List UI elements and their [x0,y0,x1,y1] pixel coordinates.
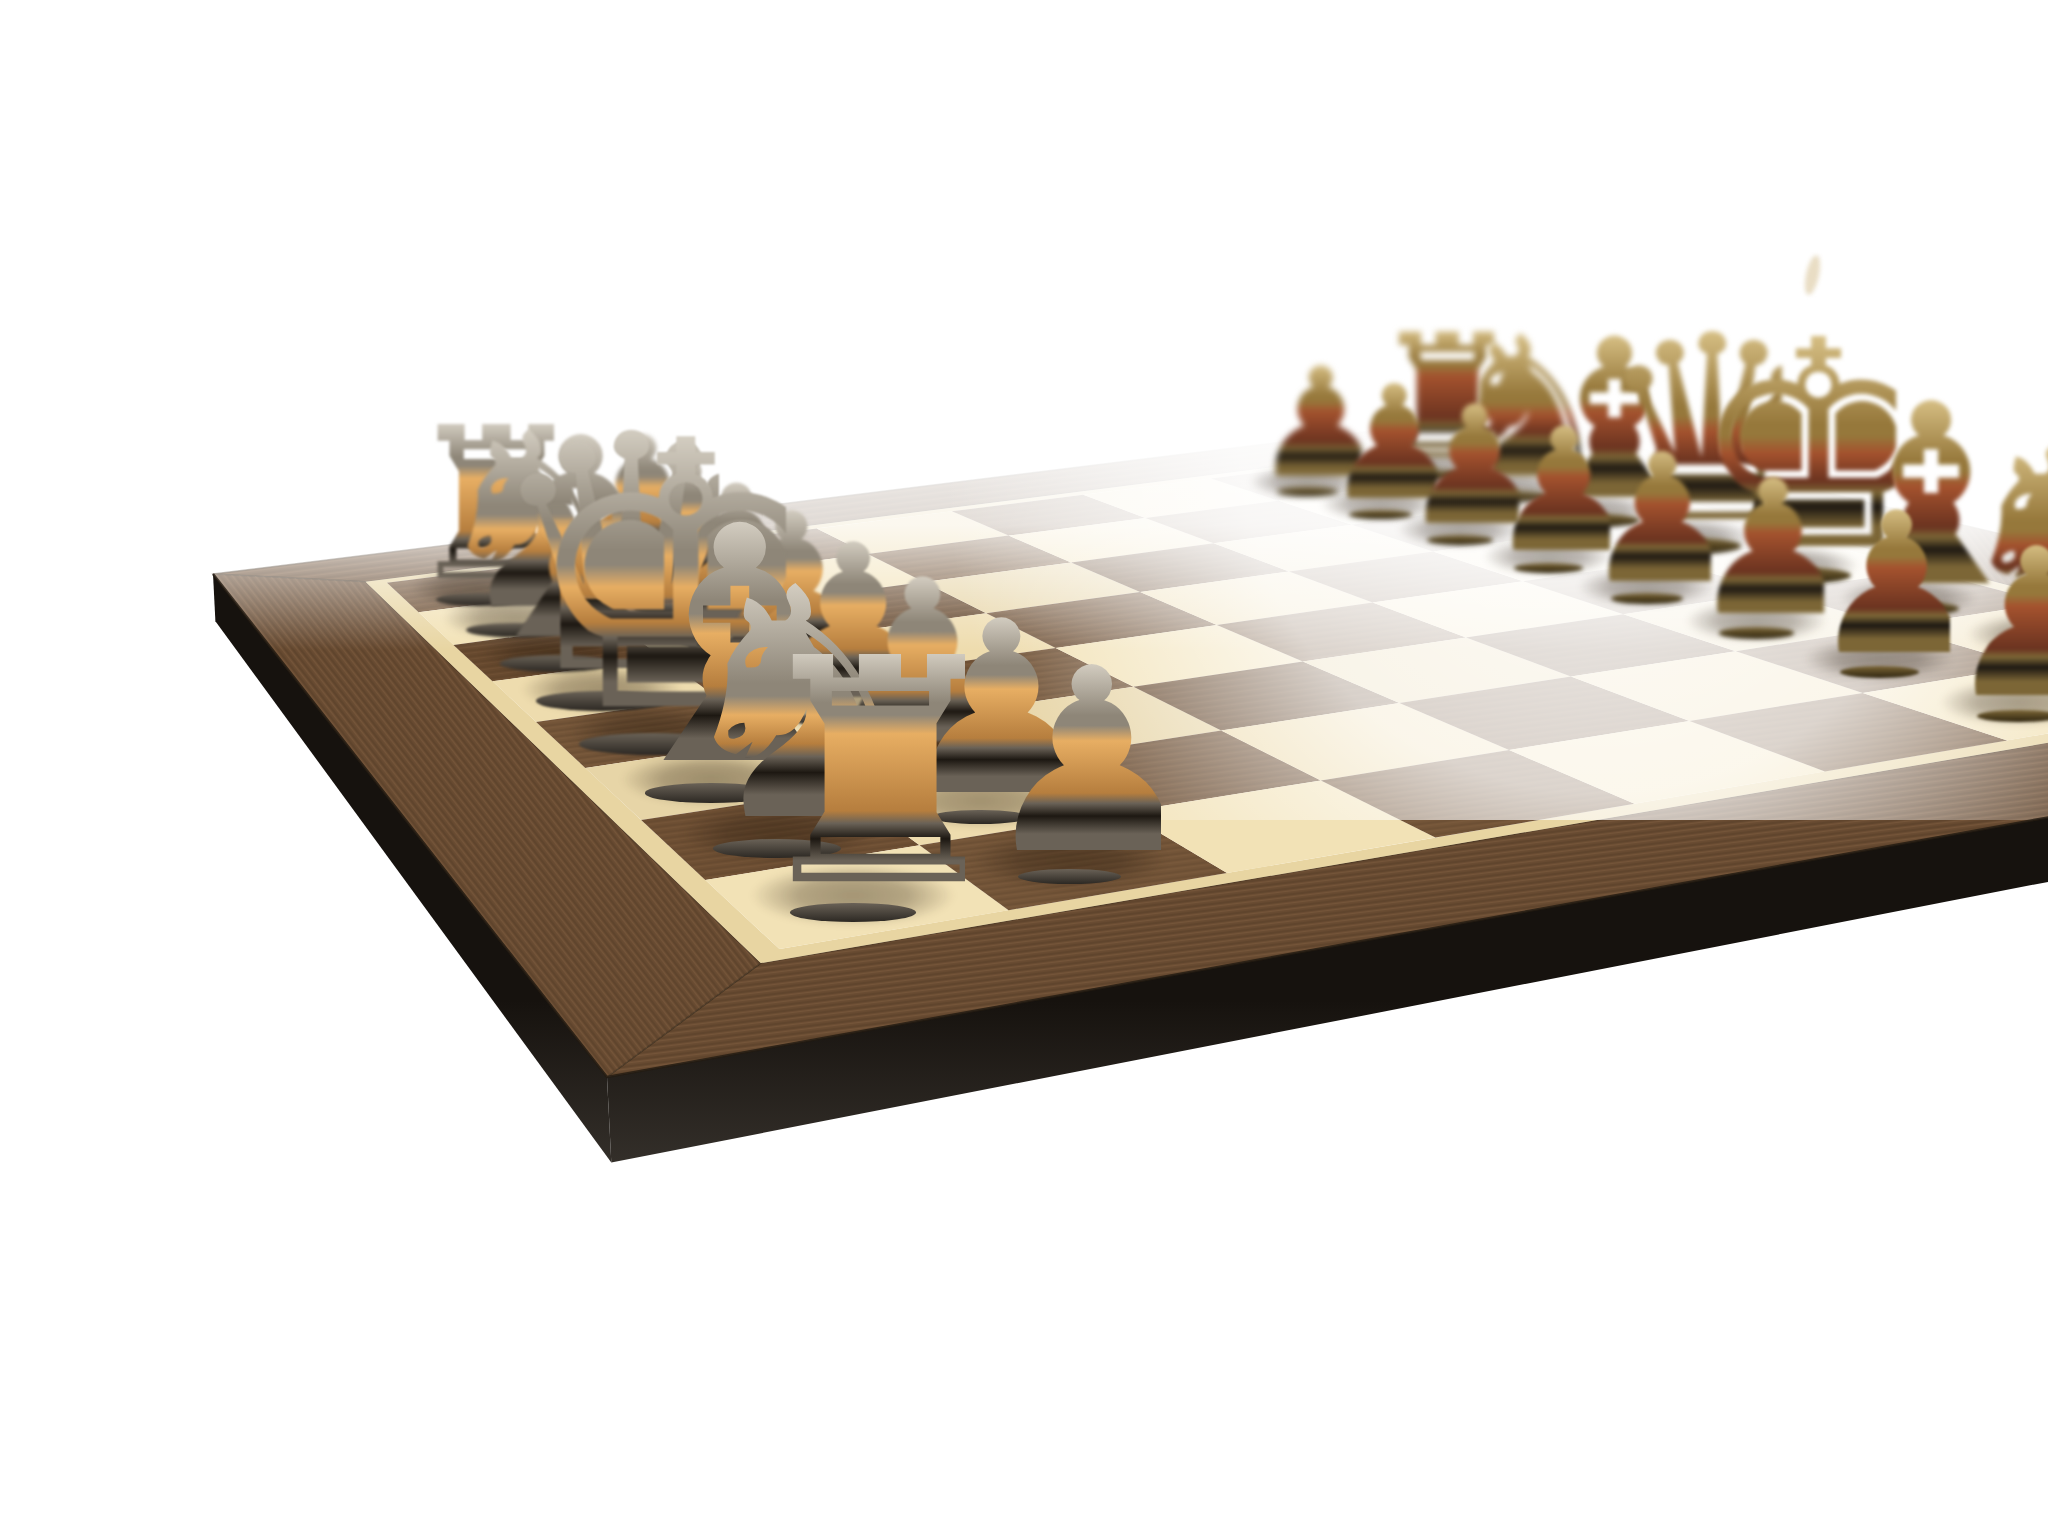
overexposure-blob [900,300,2048,820]
chess-board [0,0,2048,1535]
photo-scene: ♜♞♟♝♟♛♟♟♚♝♟♞♟♟♜♟♟♜♟♞♟♟♝♛♟♟♚♝♟♟♞♜ [0,0,2048,1535]
